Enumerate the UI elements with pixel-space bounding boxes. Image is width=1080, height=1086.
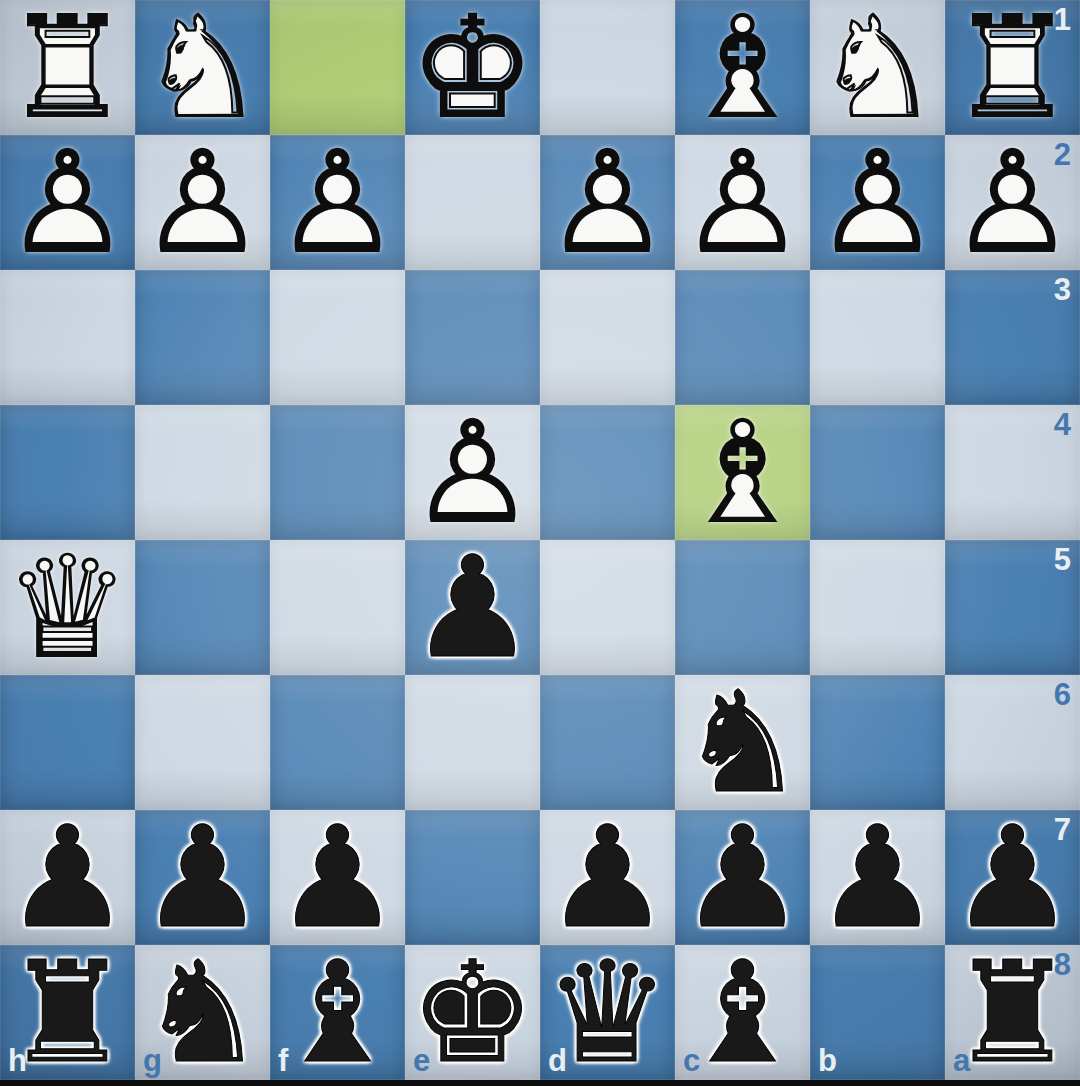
square-c4[interactable]: ♝♗ bbox=[675, 405, 810, 540]
square-d1[interactable] bbox=[540, 0, 675, 135]
white-bishop[interactable]: ♝♗ bbox=[675, 405, 810, 540]
black-pawn[interactable]: ♟ bbox=[810, 810, 945, 945]
white-pawn[interactable]: ♟♙ bbox=[540, 135, 675, 270]
piece-glyph-fill: ♜ bbox=[950, 943, 1076, 1083]
white-knight[interactable]: ♞♘ bbox=[135, 0, 270, 135]
square-h4[interactable] bbox=[0, 405, 135, 540]
square-a7[interactable]: ♟7 bbox=[945, 810, 1080, 945]
square-c5[interactable] bbox=[675, 540, 810, 675]
square-a6[interactable]: 6 bbox=[945, 675, 1080, 810]
white-pawn[interactable]: ♟♙ bbox=[810, 135, 945, 270]
file-label-b: b bbox=[818, 1043, 837, 1079]
square-d5[interactable] bbox=[540, 540, 675, 675]
square-d4[interactable] bbox=[540, 405, 675, 540]
black-rook[interactable]: ♜ bbox=[0, 945, 135, 1080]
piece-glyph-fill: ♝ bbox=[275, 943, 401, 1083]
piece-glyph-fill: ♟ bbox=[140, 808, 266, 948]
square-e2[interactable] bbox=[405, 135, 540, 270]
piece-glyph-outline: ♙ bbox=[275, 133, 401, 273]
black-pawn[interactable]: ♟ bbox=[405, 540, 540, 675]
square-g8[interactable]: ♞g bbox=[135, 945, 270, 1080]
piece-glyph-fill: ♛ bbox=[545, 943, 671, 1083]
black-knight[interactable]: ♞ bbox=[135, 945, 270, 1080]
square-a1[interactable]: ♜♖1 bbox=[945, 0, 1080, 135]
square-e4[interactable]: ♟♙ bbox=[405, 405, 540, 540]
piece-glyph-outline: ♙ bbox=[545, 133, 671, 273]
white-rook[interactable]: ♜♖ bbox=[0, 0, 135, 135]
square-g5[interactable] bbox=[135, 540, 270, 675]
piece-glyph-outline: ♘ bbox=[815, 0, 941, 138]
square-d6[interactable] bbox=[540, 675, 675, 810]
square-e5[interactable]: ♟ bbox=[405, 540, 540, 675]
white-rook[interactable]: ♜♖ bbox=[945, 0, 1080, 135]
black-pawn[interactable]: ♟ bbox=[270, 810, 405, 945]
square-d8[interactable]: ♛d bbox=[540, 945, 675, 1080]
black-pawn[interactable]: ♟ bbox=[945, 810, 1080, 945]
rank-label-6: 6 bbox=[1054, 677, 1071, 713]
piece-glyph-outline: ♖ bbox=[950, 0, 1076, 138]
square-d7[interactable]: ♟ bbox=[540, 810, 675, 945]
square-a2[interactable]: ♟♙2 bbox=[945, 135, 1080, 270]
square-c8[interactable]: ♝c bbox=[675, 945, 810, 1080]
piece-glyph-fill: ♝ bbox=[680, 943, 806, 1083]
piece-glyph-outline: ♙ bbox=[5, 133, 131, 273]
square-h5[interactable]: ♛♕ bbox=[0, 540, 135, 675]
chess-board[interactable]: ♜♖♞♘♚♔♝♗♞♘♜♖1♟♙♟♙♟♙♟♙♟♙♟♙♟♙23♟♙♝♗4♛♕♟5♞6… bbox=[0, 0, 1080, 1080]
black-king[interactable]: ♚ bbox=[405, 945, 540, 1080]
piece-glyph-outline: ♙ bbox=[410, 403, 536, 543]
square-g7[interactable]: ♟ bbox=[135, 810, 270, 945]
square-b1[interactable]: ♞♘ bbox=[810, 0, 945, 135]
square-e7[interactable] bbox=[405, 810, 540, 945]
square-a5[interactable]: 5 bbox=[945, 540, 1080, 675]
square-c2[interactable]: ♟♙ bbox=[675, 135, 810, 270]
square-f1[interactable] bbox=[270, 0, 405, 135]
piece-glyph-outline: ♙ bbox=[140, 133, 266, 273]
square-h6[interactable] bbox=[0, 675, 135, 810]
piece-glyph-outline: ♙ bbox=[815, 133, 941, 273]
square-h3[interactable] bbox=[0, 270, 135, 405]
white-pawn[interactable]: ♟♙ bbox=[135, 135, 270, 270]
square-e6[interactable] bbox=[405, 675, 540, 810]
square-b6[interactable] bbox=[810, 675, 945, 810]
piece-glyph-fill: ♟ bbox=[410, 538, 536, 678]
piece-glyph-outline: ♖ bbox=[5, 0, 131, 138]
piece-glyph-fill: ♟ bbox=[275, 808, 401, 948]
piece-glyph-fill: ♟ bbox=[950, 808, 1076, 948]
square-d3[interactable] bbox=[540, 270, 675, 405]
black-bishop[interactable]: ♝ bbox=[270, 945, 405, 1080]
square-f5[interactable] bbox=[270, 540, 405, 675]
piece-glyph-outline: ♔ bbox=[410, 0, 536, 138]
square-a4[interactable]: 4 bbox=[945, 405, 1080, 540]
white-queen[interactable]: ♛♕ bbox=[0, 540, 135, 675]
white-king[interactable]: ♚♔ bbox=[405, 0, 540, 135]
square-f7[interactable]: ♟ bbox=[270, 810, 405, 945]
square-c7[interactable]: ♟ bbox=[675, 810, 810, 945]
black-pawn[interactable]: ♟ bbox=[135, 810, 270, 945]
piece-glyph-outline: ♘ bbox=[140, 0, 266, 138]
square-b4[interactable] bbox=[810, 405, 945, 540]
square-h1[interactable]: ♜♖ bbox=[0, 0, 135, 135]
piece-glyph-outline: ♗ bbox=[680, 0, 806, 138]
square-b7[interactable]: ♟ bbox=[810, 810, 945, 945]
square-h2[interactable]: ♟♙ bbox=[0, 135, 135, 270]
square-f3[interactable] bbox=[270, 270, 405, 405]
white-bishop[interactable]: ♝♗ bbox=[675, 0, 810, 135]
square-d2[interactable]: ♟♙ bbox=[540, 135, 675, 270]
white-pawn[interactable]: ♟♙ bbox=[675, 135, 810, 270]
white-pawn[interactable]: ♟♙ bbox=[0, 135, 135, 270]
square-e3[interactable] bbox=[405, 270, 540, 405]
piece-glyph-outline: ♗ bbox=[680, 403, 806, 543]
square-c1[interactable]: ♝♗ bbox=[675, 0, 810, 135]
piece-glyph-fill: ♞ bbox=[140, 943, 266, 1083]
square-g2[interactable]: ♟♙ bbox=[135, 135, 270, 270]
piece-glyph-fill: ♞ bbox=[680, 673, 806, 813]
piece-glyph-fill: ♟ bbox=[5, 808, 131, 948]
square-h8[interactable]: ♜h bbox=[0, 945, 135, 1080]
white-pawn[interactable]: ♟♙ bbox=[270, 135, 405, 270]
black-pawn[interactable]: ♟ bbox=[0, 810, 135, 945]
square-b3[interactable] bbox=[810, 270, 945, 405]
square-g3[interactable] bbox=[135, 270, 270, 405]
black-bishop[interactable]: ♝ bbox=[675, 945, 810, 1080]
piece-glyph-outline: ♙ bbox=[950, 133, 1076, 273]
piece-glyph-fill: ♟ bbox=[545, 808, 671, 948]
square-e1[interactable]: ♚♔ bbox=[405, 0, 540, 135]
black-rook[interactable]: ♜ bbox=[945, 945, 1080, 1080]
square-c3[interactable] bbox=[675, 270, 810, 405]
square-b8[interactable]: b bbox=[810, 945, 945, 1080]
square-a8[interactable]: ♜8a bbox=[945, 945, 1080, 1080]
white-pawn[interactable]: ♟♙ bbox=[945, 135, 1080, 270]
square-f6[interactable] bbox=[270, 675, 405, 810]
white-pawn[interactable]: ♟♙ bbox=[405, 405, 540, 540]
square-g4[interactable] bbox=[135, 405, 270, 540]
square-f8[interactable]: ♝f bbox=[270, 945, 405, 1080]
square-g6[interactable] bbox=[135, 675, 270, 810]
piece-glyph-fill: ♚ bbox=[410, 943, 536, 1083]
black-pawn[interactable]: ♟ bbox=[540, 810, 675, 945]
square-b2[interactable]: ♟♙ bbox=[810, 135, 945, 270]
white-knight[interactable]: ♞♘ bbox=[810, 0, 945, 135]
piece-glyph-fill: ♟ bbox=[815, 808, 941, 948]
square-h7[interactable]: ♟ bbox=[0, 810, 135, 945]
piece-glyph-fill: ♜ bbox=[5, 943, 131, 1083]
square-e8[interactable]: ♚e bbox=[405, 945, 540, 1080]
piece-glyph-outline: ♙ bbox=[680, 133, 806, 273]
square-c6[interactable]: ♞ bbox=[675, 675, 810, 810]
rank-label-5: 5 bbox=[1054, 542, 1071, 578]
square-f2[interactable]: ♟♙ bbox=[270, 135, 405, 270]
square-g1[interactable]: ♞♘ bbox=[135, 0, 270, 135]
rank-label-4: 4 bbox=[1054, 407, 1071, 443]
square-b5[interactable] bbox=[810, 540, 945, 675]
piece-glyph-outline: ♕ bbox=[5, 538, 131, 678]
black-pawn[interactable]: ♟ bbox=[675, 810, 810, 945]
black-knight[interactable]: ♞ bbox=[675, 675, 810, 810]
black-queen[interactable]: ♛ bbox=[540, 945, 675, 1080]
square-f4[interactable] bbox=[270, 405, 405, 540]
square-a3[interactable]: 3 bbox=[945, 270, 1080, 405]
piece-glyph-fill: ♟ bbox=[680, 808, 806, 948]
